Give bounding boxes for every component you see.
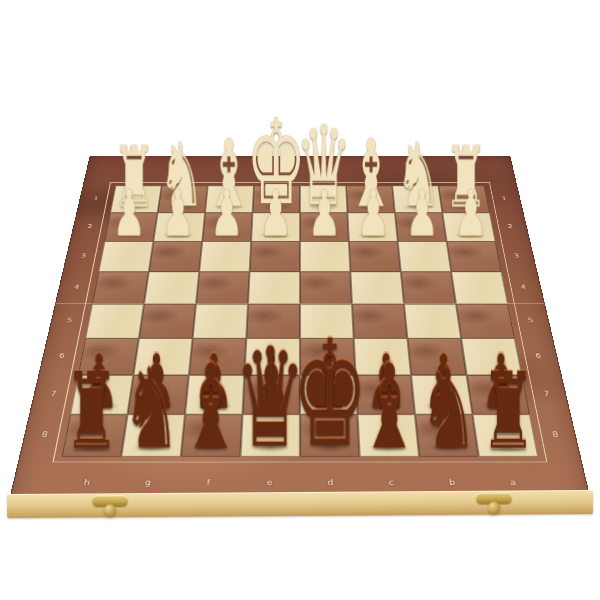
file-label-d: d <box>327 480 333 487</box>
rank-label-left-3: 3 <box>80 254 86 259</box>
square-a5[interactable] <box>456 304 515 338</box>
rank-label-left-1: 1 <box>93 197 98 201</box>
square-d8[interactable]: ♚ <box>300 414 360 456</box>
white-pawn-a2[interactable]: ♟ <box>454 188 487 240</box>
rank-label-right-2: 2 <box>507 225 513 229</box>
square-g8[interactable]: ♞ <box>121 414 185 456</box>
black-queen-e8[interactable]: ♛ <box>235 342 306 455</box>
square-c2[interactable]: ♟ <box>347 213 397 242</box>
square-e2[interactable]: ♟ <box>251 213 300 242</box>
rank-label-left-8: 8 <box>41 432 48 438</box>
rank-label-right-6: 6 <box>535 354 542 360</box>
square-h3[interactable] <box>98 241 153 271</box>
square-h2[interactable]: ♟ <box>104 213 157 242</box>
square-f3[interactable] <box>199 241 251 271</box>
square-d2[interactable]: ♟ <box>300 213 349 242</box>
square-e8[interactable]: ♛ <box>240 414 300 456</box>
rank-label-left-5: 5 <box>66 318 72 323</box>
black-bishop-f8[interactable]: ♝ <box>180 359 241 455</box>
file-label-b: b <box>449 480 456 487</box>
playing-area: ♜♞♝♚♛♝♞♜♟♟♟♟♟♟♟♟♟♟♟♟♟♟♟♟♜♞♝♛♚♝♞♜ <box>62 186 539 457</box>
chess-board: ♜♞♝♚♛♝♞♜♟♟♟♟♟♟♟♟♟♟♟♟♟♟♟♟♜♞♝♛♚♝♞♜ 11h22g3… <box>6 156 593 512</box>
square-f4[interactable] <box>196 272 250 304</box>
black-rook-a8[interactable]: ♜ <box>481 369 536 455</box>
square-b5[interactable] <box>404 304 461 338</box>
black-knight-b8[interactable]: ♞ <box>420 364 478 455</box>
black-bishop-c8[interactable]: ♝ <box>359 359 420 455</box>
brass-clasp-right-icon <box>476 493 512 504</box>
square-b8[interactable]: ♞ <box>415 414 479 456</box>
file-label-a: a <box>510 480 517 487</box>
white-pawn-g2[interactable]: ♟ <box>161 188 194 240</box>
brass-clasp-left-icon <box>92 495 128 506</box>
white-pawn-h2[interactable]: ♟ <box>112 188 145 240</box>
white-pawn-b2[interactable]: ♟ <box>405 188 438 240</box>
hinge-edge-strip <box>7 490 593 518</box>
file-label-h: h <box>83 480 90 487</box>
rank-label-left-7: 7 <box>50 391 57 397</box>
square-e3[interactable] <box>250 241 300 271</box>
square-f2[interactable]: ♟ <box>202 213 252 242</box>
square-d4[interactable] <box>300 272 352 304</box>
rank-label-left-2: 2 <box>87 225 93 229</box>
white-pawn-d2[interactable]: ♟ <box>308 188 341 240</box>
rank-label-right-1: 1 <box>501 197 506 201</box>
square-b3[interactable] <box>398 241 451 271</box>
square-a3[interactable] <box>447 241 502 271</box>
square-h4[interactable] <box>92 272 149 304</box>
square-g4[interactable] <box>144 272 199 304</box>
square-g5[interactable] <box>139 304 196 338</box>
file-label-f: f <box>207 480 211 487</box>
square-g2[interactable]: ♟ <box>153 213 205 242</box>
file-label-g: g <box>144 480 151 487</box>
black-knight-g8[interactable]: ♞ <box>122 364 180 455</box>
rank-label-right-7: 7 <box>543 391 550 397</box>
file-label-c: c <box>389 480 395 487</box>
square-d3[interactable] <box>300 241 350 271</box>
white-pawn-c2[interactable]: ♟ <box>357 188 390 240</box>
square-a4[interactable] <box>451 272 508 304</box>
square-f8[interactable]: ♝ <box>181 414 243 456</box>
square-h8[interactable]: ♜ <box>62 414 128 456</box>
square-a2[interactable]: ♟ <box>442 213 495 242</box>
file-label-e: e <box>267 480 273 487</box>
square-g3[interactable] <box>149 241 202 271</box>
rank-label-right-4: 4 <box>520 285 526 290</box>
rank-label-right-5: 5 <box>528 318 534 323</box>
square-b2[interactable]: ♟ <box>395 213 447 242</box>
square-c4[interactable] <box>350 272 404 304</box>
rank-label-right-8: 8 <box>552 432 559 438</box>
square-h5[interactable] <box>85 304 144 338</box>
chess-set-photo: ♜♞♝♚♛♝♞♜♟♟♟♟♟♟♟♟♟♟♟♟♟♟♟♟♜♞♝♛♚♝♞♜ 11h22g3… <box>0 0 600 600</box>
square-a8[interactable]: ♜ <box>472 414 538 456</box>
rank-label-right-3: 3 <box>514 254 520 259</box>
square-e4[interactable] <box>248 272 300 304</box>
rank-label-left-4: 4 <box>74 285 80 290</box>
white-pawn-e2[interactable]: ♟ <box>259 188 292 240</box>
square-b4[interactable] <box>401 272 456 304</box>
white-pawn-f2[interactable]: ♟ <box>210 188 243 240</box>
square-c3[interactable] <box>349 241 401 271</box>
black-rook-h8[interactable]: ♜ <box>64 369 119 455</box>
